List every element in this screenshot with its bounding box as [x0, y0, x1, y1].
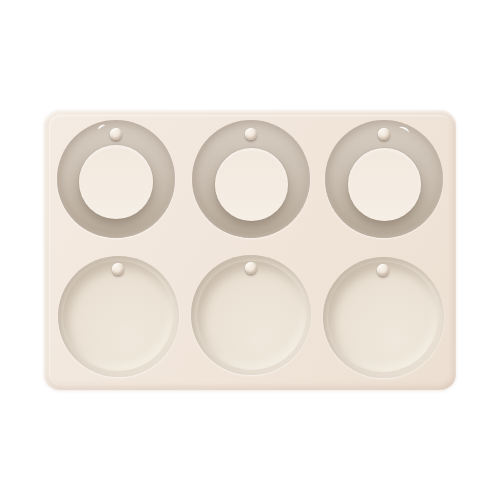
- disc-cavity-4: [58, 256, 179, 377]
- silicone-mold: [44, 110, 456, 390]
- disc-cavity-5: [191, 255, 311, 375]
- disc-cavity-6: [323, 257, 444, 378]
- product-photo-scene: [0, 0, 500, 500]
- hanging-hole-peg: [245, 128, 257, 140]
- hanging-hole-peg: [112, 263, 124, 275]
- hanging-hole-peg: [245, 262, 257, 274]
- ring-cavity-3: [325, 120, 443, 238]
- ring-cavity-1: [57, 120, 175, 238]
- cavity-floor: [63, 261, 173, 371]
- hanging-hole-peg: [377, 264, 389, 276]
- hanging-hole-peg: [378, 128, 390, 140]
- raised-center-boss: [215, 148, 288, 221]
- hanging-hole-peg: [110, 128, 122, 140]
- raised-center-boss: [348, 148, 421, 221]
- glare-mark: [97, 123, 107, 132]
- raised-center-boss: [79, 145, 153, 219]
- ring-cavity-2: [192, 120, 310, 238]
- cavity-floor: [197, 261, 306, 370]
- glare-mark: [397, 125, 410, 137]
- cavity-floor: [328, 262, 438, 372]
